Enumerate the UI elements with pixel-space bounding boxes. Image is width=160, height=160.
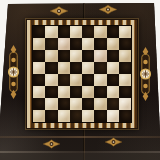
- square-h5[interactable]: [119, 62, 131, 74]
- square-g5[interactable]: [107, 62, 119, 74]
- square-a8[interactable]: [33, 26, 45, 38]
- square-b3[interactable]: [45, 86, 57, 98]
- spearhead-inlay-icon: [50, 6, 68, 16]
- hinge-seam-top: [83, 3, 85, 20]
- square-b2[interactable]: [45, 98, 57, 110]
- square-g4[interactable]: [107, 74, 119, 86]
- square-f5[interactable]: [94, 62, 106, 74]
- square-c1[interactable]: [58, 110, 70, 122]
- square-e4[interactable]: [82, 74, 94, 86]
- square-h3[interactable]: [119, 86, 131, 98]
- square-a3[interactable]: [33, 86, 45, 98]
- board-fold-edge: [0, 136, 160, 138]
- square-d4[interactable]: [70, 74, 82, 86]
- inlay-border-frame: [26, 19, 138, 129]
- square-h2[interactable]: [119, 98, 131, 110]
- square-f8[interactable]: [94, 26, 106, 38]
- square-c6[interactable]: [58, 50, 70, 62]
- square-e3[interactable]: [82, 86, 94, 98]
- square-g7[interactable]: [107, 38, 119, 50]
- spearhead-inlay-icon: [99, 4, 117, 15]
- square-a1[interactable]: [33, 110, 45, 122]
- square-f2[interactable]: [94, 98, 106, 110]
- square-g2[interactable]: [107, 98, 119, 110]
- square-e7[interactable]: [82, 38, 94, 50]
- spearhead-inlay-icon: [43, 138, 60, 150]
- square-c8[interactable]: [58, 26, 70, 38]
- square-f4[interactable]: [94, 74, 106, 86]
- square-d6[interactable]: [70, 50, 82, 62]
- square-c5[interactable]: [58, 62, 70, 74]
- medallion-inlay-icon: [139, 46, 152, 102]
- square-d7[interactable]: [70, 38, 82, 50]
- square-e8[interactable]: [82, 26, 94, 38]
- square-h7[interactable]: [119, 38, 131, 50]
- square-a7[interactable]: [33, 38, 45, 50]
- square-e5[interactable]: [82, 62, 94, 74]
- square-h6[interactable]: [119, 50, 131, 62]
- square-a5[interactable]: [33, 62, 45, 74]
- chessboard-photo: [0, 0, 160, 160]
- square-b7[interactable]: [45, 38, 57, 50]
- square-c7[interactable]: [58, 38, 70, 50]
- square-d3[interactable]: [70, 86, 82, 98]
- board-surface: [0, 0, 160, 160]
- square-d5[interactable]: [70, 62, 82, 74]
- square-b6[interactable]: [45, 50, 57, 62]
- square-d2[interactable]: [70, 98, 82, 110]
- square-h4[interactable]: [119, 74, 131, 86]
- square-a2[interactable]: [33, 98, 45, 110]
- square-g8[interactable]: [107, 26, 119, 38]
- square-f7[interactable]: [94, 38, 106, 50]
- spearhead-inlay-icon: [105, 136, 122, 148]
- square-f6[interactable]: [94, 50, 106, 62]
- square-h1[interactable]: [119, 110, 131, 122]
- square-c3[interactable]: [58, 86, 70, 98]
- chess-grid: [32, 25, 132, 123]
- square-g3[interactable]: [107, 86, 119, 98]
- square-b5[interactable]: [45, 62, 57, 74]
- square-a6[interactable]: [33, 50, 45, 62]
- square-e6[interactable]: [82, 50, 94, 62]
- square-g6[interactable]: [107, 50, 119, 62]
- square-c2[interactable]: [58, 98, 70, 110]
- square-e2[interactable]: [82, 98, 94, 110]
- square-h8[interactable]: [119, 26, 131, 38]
- square-c4[interactable]: [58, 74, 70, 86]
- medallion-inlay-icon: [7, 44, 20, 100]
- square-b1[interactable]: [45, 110, 57, 122]
- square-d1[interactable]: [70, 110, 82, 122]
- square-e1[interactable]: [82, 110, 94, 122]
- square-b4[interactable]: [45, 74, 57, 86]
- square-b8[interactable]: [45, 26, 57, 38]
- square-f3[interactable]: [94, 86, 106, 98]
- square-a4[interactable]: [33, 74, 45, 86]
- square-d8[interactable]: [70, 26, 82, 38]
- square-f1[interactable]: [94, 110, 106, 122]
- board-front-side: [0, 153, 160, 160]
- square-g1[interactable]: [107, 110, 119, 122]
